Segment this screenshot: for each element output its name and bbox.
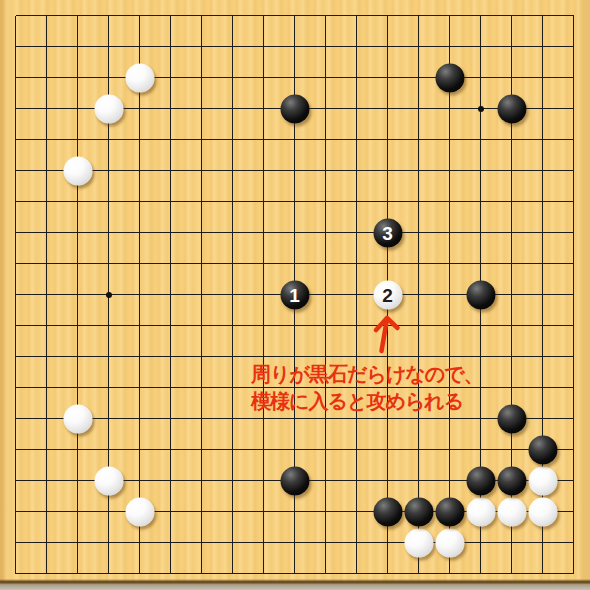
annotation-arrow-icon — [370, 312, 404, 356]
grid-line-horizontal — [16, 418, 574, 419]
move-number-label: 3 — [382, 218, 393, 247]
stone-white — [497, 497, 526, 526]
stone-black-move-3: 3 — [373, 218, 402, 247]
grid-line-vertical — [356, 16, 357, 574]
stone-black — [435, 63, 464, 92]
star-point — [106, 292, 112, 298]
grid-line-horizontal — [16, 573, 574, 574]
stone-white — [94, 466, 123, 495]
stone-black-move-1: 1 — [280, 280, 309, 309]
stone-black — [373, 497, 402, 526]
stone-black — [497, 404, 526, 433]
stone-white — [528, 466, 557, 495]
stone-white — [125, 63, 154, 92]
move-number-label: 1 — [289, 280, 300, 309]
board-bottom-edge — [0, 578, 590, 590]
stone-white — [466, 497, 495, 526]
stone-black — [528, 435, 557, 464]
annotation-text: 周りが黒石だらけなので、 模様に入ると攻められる — [251, 361, 483, 415]
grid-line-horizontal — [16, 356, 574, 357]
stone-white — [404, 528, 433, 557]
grid-line-vertical — [573, 16, 574, 574]
stone-black — [497, 466, 526, 495]
grid-line-horizontal — [16, 325, 574, 326]
stone-black — [435, 497, 464, 526]
stone-white-move-2: 2 — [373, 280, 402, 309]
grid-line-vertical — [325, 16, 326, 574]
stone-black — [497, 94, 526, 123]
stone-black — [404, 497, 433, 526]
stone-white — [94, 94, 123, 123]
star-point — [478, 106, 484, 112]
stone-black — [280, 466, 309, 495]
move-number-label: 2 — [382, 280, 393, 309]
stone-white — [63, 156, 92, 185]
go-board: 231 周りが黒石だらけなので、 模様に入ると攻められる — [0, 0, 590, 590]
grid-line-horizontal — [16, 542, 574, 543]
annotation-line-2: 模様に入ると攻められる — [251, 388, 483, 415]
stone-white — [435, 528, 464, 557]
stone-white — [528, 497, 557, 526]
grid-line-vertical — [418, 16, 419, 574]
stone-white — [125, 497, 154, 526]
grid-line-horizontal — [16, 449, 574, 450]
annotation-line-1: 周りが黒石だらけなので、 — [251, 361, 483, 388]
stone-white — [63, 404, 92, 433]
stone-black — [280, 94, 309, 123]
grid-line-vertical — [449, 16, 450, 574]
stone-black — [466, 466, 495, 495]
stone-black — [466, 280, 495, 309]
